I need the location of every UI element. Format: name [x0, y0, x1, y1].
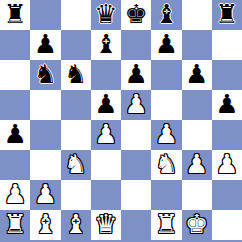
square-h3[interactable]: ♟ — [212, 150, 242, 180]
black-pawn-icon: ♟ — [34, 30, 57, 59]
square-a4[interactable]: ♟ — [0, 120, 30, 150]
square-f7[interactable]: ♟ — [151, 30, 181, 60]
square-f6[interactable] — [151, 60, 181, 90]
white-pawn-icon: ♟ — [124, 90, 147, 119]
square-d3[interactable] — [91, 150, 121, 180]
square-g6[interactable]: ♟ — [182, 60, 212, 90]
square-e2[interactable] — [121, 180, 151, 210]
square-h4[interactable] — [212, 120, 242, 150]
square-f3[interactable]: ♞ — [151, 150, 181, 180]
black-knight-icon: ♞ — [34, 60, 57, 89]
square-h8[interactable]: ♜ — [212, 0, 242, 30]
white-pawn-icon: ♟ — [185, 150, 208, 179]
square-g5[interactable] — [182, 90, 212, 120]
square-d1[interactable]: ♛ — [91, 210, 121, 240]
black-pawn-icon: ♟ — [215, 90, 238, 119]
white-knight-icon: ♞ — [155, 150, 178, 179]
square-b5[interactable] — [30, 90, 60, 120]
square-d5[interactable]: ♟ — [91, 90, 121, 120]
square-a7[interactable] — [0, 30, 30, 60]
square-f1[interactable]: ♜ — [151, 210, 181, 240]
square-c3[interactable]: ♞ — [61, 150, 91, 180]
square-e3[interactable] — [121, 150, 151, 180]
black-pawn-icon: ♟ — [94, 90, 117, 119]
white-pawn-icon: ♟ — [3, 180, 26, 209]
chess-board: ♜♛♚♝♜♟♝♟♞♞♟♟♟♟♟♟♟♟♞♞♟♟♟♟♜♝♝♛♜♚ — [0, 0, 242, 242]
square-c1[interactable]: ♝ — [61, 210, 91, 240]
square-b6[interactable]: ♞ — [30, 60, 60, 90]
square-b7[interactable]: ♟ — [30, 30, 60, 60]
square-c8[interactable] — [61, 0, 91, 30]
square-f8[interactable]: ♝ — [151, 0, 181, 30]
square-b8[interactable] — [30, 0, 60, 30]
square-b1[interactable]: ♝ — [30, 210, 60, 240]
square-f4[interactable]: ♟ — [151, 120, 181, 150]
black-pawn-icon: ♟ — [155, 30, 178, 59]
white-bishop-icon: ♝ — [64, 210, 87, 239]
square-e8[interactable]: ♚ — [121, 0, 151, 30]
square-a5[interactable] — [0, 90, 30, 120]
square-e5[interactable]: ♟ — [121, 90, 151, 120]
square-e7[interactable] — [121, 30, 151, 60]
square-d8[interactable]: ♛ — [91, 0, 121, 30]
square-a2[interactable]: ♟ — [0, 180, 30, 210]
square-h2[interactable] — [212, 180, 242, 210]
square-a6[interactable] — [0, 60, 30, 90]
white-king-icon: ♚ — [185, 210, 208, 239]
square-g8[interactable] — [182, 0, 212, 30]
black-knight-icon: ♞ — [64, 60, 87, 89]
square-g4[interactable] — [182, 120, 212, 150]
square-e4[interactable] — [121, 120, 151, 150]
square-d2[interactable] — [91, 180, 121, 210]
square-g7[interactable] — [182, 30, 212, 60]
square-g3[interactable]: ♟ — [182, 150, 212, 180]
black-bishop-icon: ♝ — [155, 0, 178, 29]
white-pawn-icon: ♟ — [34, 180, 57, 209]
white-pawn-icon: ♟ — [94, 120, 117, 149]
white-pawn-icon: ♟ — [155, 120, 178, 149]
square-c6[interactable]: ♞ — [61, 60, 91, 90]
square-c4[interactable] — [61, 120, 91, 150]
black-rook-icon: ♜ — [215, 0, 238, 29]
square-e1[interactable] — [121, 210, 151, 240]
square-c2[interactable] — [61, 180, 91, 210]
square-a3[interactable] — [0, 150, 30, 180]
square-h6[interactable] — [212, 60, 242, 90]
square-c7[interactable] — [61, 30, 91, 60]
square-a1[interactable]: ♜ — [0, 210, 30, 240]
white-rook-icon: ♜ — [3, 210, 26, 239]
white-rook-icon: ♜ — [155, 210, 178, 239]
black-bishop-icon: ♝ — [94, 30, 117, 59]
square-d4[interactable]: ♟ — [91, 120, 121, 150]
square-h1[interactable] — [212, 210, 242, 240]
white-pawn-icon: ♟ — [215, 150, 238, 179]
black-rook-icon: ♜ — [3, 0, 26, 29]
square-g2[interactable] — [182, 180, 212, 210]
square-h5[interactable]: ♟ — [212, 90, 242, 120]
square-c5[interactable] — [61, 90, 91, 120]
white-knight-icon: ♞ — [64, 150, 87, 179]
black-king-icon: ♚ — [124, 0, 147, 29]
black-pawn-icon: ♟ — [124, 60, 147, 89]
white-queen-icon: ♛ — [94, 210, 117, 239]
board-grid: ♜♛♚♝♜♟♝♟♞♞♟♟♟♟♟♟♟♟♞♞♟♟♟♟♜♝♝♛♜♚ — [0, 0, 242, 242]
square-a8[interactable]: ♜ — [0, 0, 30, 30]
white-bishop-icon: ♝ — [34, 210, 57, 239]
square-f2[interactable] — [151, 180, 181, 210]
square-g1[interactable]: ♚ — [182, 210, 212, 240]
square-d7[interactable]: ♝ — [91, 30, 121, 60]
square-b3[interactable] — [30, 150, 60, 180]
square-b2[interactable]: ♟ — [30, 180, 60, 210]
black-pawn-icon: ♟ — [185, 60, 208, 89]
square-e6[interactable]: ♟ — [121, 60, 151, 90]
square-b4[interactable] — [30, 120, 60, 150]
square-d6[interactable] — [91, 60, 121, 90]
square-f5[interactable] — [151, 90, 181, 120]
black-queen-icon: ♛ — [94, 0, 117, 29]
square-h7[interactable] — [212, 30, 242, 60]
black-pawn-icon: ♟ — [3, 120, 26, 149]
